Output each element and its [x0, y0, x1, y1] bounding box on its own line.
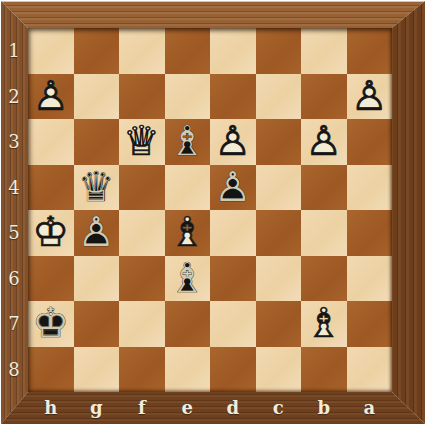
- square-g2[interactable]: [74, 74, 120, 120]
- square-d2[interactable]: [210, 74, 256, 120]
- square-g6[interactable]: [74, 256, 120, 302]
- square-f5[interactable]: [119, 210, 165, 256]
- square-e3[interactable]: ♝♗: [165, 119, 211, 165]
- square-f4[interactable]: [119, 165, 165, 211]
- square-a2[interactable]: ♟♙: [347, 74, 393, 120]
- rank-label-2: 2: [1, 74, 27, 120]
- black-queen-glyph-outline: ♕: [74, 165, 120, 211]
- piece-black-queen[interactable]: ♛♕: [74, 165, 120, 211]
- white-bishop-glyph-outline: ♗: [165, 210, 211, 256]
- rank-label-1: 1: [1, 28, 27, 74]
- square-a4[interactable]: [347, 165, 393, 211]
- piece-white-king[interactable]: ♚♔: [28, 210, 74, 256]
- rank-label-4: 4: [1, 165, 27, 211]
- white-pawn-glyph-outline: ♙: [347, 74, 393, 120]
- square-c4[interactable]: [256, 165, 302, 211]
- file-label-e: e: [165, 392, 211, 422]
- rank-label-6: 6: [1, 256, 27, 302]
- square-f6[interactable]: [119, 256, 165, 302]
- square-a1[interactable]: [347, 28, 393, 74]
- square-f8[interactable]: [119, 347, 165, 393]
- black-king-glyph-outline: ♔: [28, 301, 74, 347]
- square-e8[interactable]: [165, 347, 211, 393]
- file-label-b: b: [301, 392, 347, 422]
- piece-white-bishop[interactable]: ♝♗: [301, 301, 347, 347]
- chessboard-screenshot: 12345678 hgfedcba ♟♙♟♙♛♕♝♗♟♙♟♙♛♕♟♙♚♔♟♙♝♗…: [0, 0, 426, 428]
- square-d7[interactable]: [210, 301, 256, 347]
- square-h7[interactable]: ♚♔: [28, 301, 74, 347]
- square-b6[interactable]: [301, 256, 347, 302]
- piece-white-pawn[interactable]: ♟♙: [347, 74, 393, 120]
- black-pawn-glyph-outline: ♙: [210, 165, 256, 211]
- file-label-a: a: [347, 392, 393, 422]
- rank-label-7: 7: [1, 301, 27, 347]
- black-bishop-glyph-outline: ♗: [165, 256, 211, 302]
- piece-black-pawn[interactable]: ♟♙: [210, 165, 256, 211]
- piece-black-bishop[interactable]: ♝♗: [165, 256, 211, 302]
- square-h8[interactable]: [28, 347, 74, 393]
- rank-labels: 12345678: [1, 28, 27, 392]
- file-label-h: h: [28, 392, 74, 422]
- square-h3[interactable]: [28, 119, 74, 165]
- file-label-c: c: [256, 392, 302, 422]
- white-pawn-glyph-outline: ♙: [301, 119, 347, 165]
- square-b7[interactable]: ♝♗: [301, 301, 347, 347]
- square-b1[interactable]: [301, 28, 347, 74]
- square-e6[interactable]: ♝♗: [165, 256, 211, 302]
- square-g4[interactable]: ♛♕: [74, 165, 120, 211]
- white-pawn-glyph-outline: ♙: [28, 74, 74, 120]
- square-g3[interactable]: [74, 119, 120, 165]
- square-a8[interactable]: [347, 347, 393, 393]
- white-king-glyph-outline: ♔: [28, 210, 74, 256]
- file-label-d: d: [210, 392, 256, 422]
- square-a7[interactable]: [347, 301, 393, 347]
- square-c3[interactable]: [256, 119, 302, 165]
- square-h2[interactable]: ♟♙: [28, 74, 74, 120]
- square-a6[interactable]: [347, 256, 393, 302]
- square-e2[interactable]: [165, 74, 211, 120]
- square-b8[interactable]: [301, 347, 347, 393]
- square-c7[interactable]: [256, 301, 302, 347]
- white-pawn-glyph-outline: ♙: [210, 119, 256, 165]
- black-bishop-glyph-outline: ♗: [165, 119, 211, 165]
- square-c8[interactable]: [256, 347, 302, 393]
- chess-board: ♟♙♟♙♛♕♝♗♟♙♟♙♛♕♟♙♚♔♟♙♝♗♝♗♚♔♝♗: [28, 28, 392, 392]
- rank-label-3: 3: [1, 119, 27, 165]
- square-b3[interactable]: ♟♙: [301, 119, 347, 165]
- square-d4[interactable]: ♟♙: [210, 165, 256, 211]
- square-e4[interactable]: [165, 165, 211, 211]
- square-h1[interactable]: [28, 28, 74, 74]
- square-d6[interactable]: [210, 256, 256, 302]
- square-b5[interactable]: [301, 210, 347, 256]
- square-h5[interactable]: ♚♔: [28, 210, 74, 256]
- square-f7[interactable]: [119, 301, 165, 347]
- square-c5[interactable]: [256, 210, 302, 256]
- black-pawn-glyph-outline: ♙: [74, 210, 120, 256]
- square-e1[interactable]: [165, 28, 211, 74]
- square-e7[interactable]: [165, 301, 211, 347]
- square-c6[interactable]: [256, 256, 302, 302]
- square-c1[interactable]: [256, 28, 302, 74]
- piece-white-pawn[interactable]: ♟♙: [210, 119, 256, 165]
- square-g8[interactable]: [74, 347, 120, 393]
- square-b2[interactable]: [301, 74, 347, 120]
- square-f3[interactable]: ♛♕: [119, 119, 165, 165]
- square-d8[interactable]: [210, 347, 256, 393]
- square-g7[interactable]: [74, 301, 120, 347]
- file-labels: hgfedcba: [28, 392, 392, 422]
- square-d5[interactable]: [210, 210, 256, 256]
- square-c2[interactable]: [256, 74, 302, 120]
- piece-white-bishop[interactable]: ♝♗: [165, 210, 211, 256]
- piece-black-bishop[interactable]: ♝♗: [165, 119, 211, 165]
- square-b4[interactable]: [301, 165, 347, 211]
- piece-white-queen[interactable]: ♛♕: [119, 119, 165, 165]
- square-a5[interactable]: [347, 210, 393, 256]
- square-g1[interactable]: [74, 28, 120, 74]
- square-d1[interactable]: [210, 28, 256, 74]
- square-d3[interactable]: ♟♙: [210, 119, 256, 165]
- square-h6[interactable]: [28, 256, 74, 302]
- square-f2[interactable]: [119, 74, 165, 120]
- white-bishop-glyph-outline: ♗: [301, 301, 347, 347]
- file-label-g: g: [74, 392, 120, 422]
- square-h4[interactable]: [28, 165, 74, 211]
- piece-black-king[interactable]: ♚♔: [28, 301, 74, 347]
- piece-white-pawn[interactable]: ♟♙: [301, 119, 347, 165]
- square-f1[interactable]: [119, 28, 165, 74]
- piece-black-pawn[interactable]: ♟♙: [74, 210, 120, 256]
- square-a3[interactable]: [347, 119, 393, 165]
- file-label-f: f: [119, 392, 165, 422]
- square-g5[interactable]: ♟♙: [74, 210, 120, 256]
- square-e5[interactable]: ♝♗: [165, 210, 211, 256]
- white-queen-glyph-outline: ♕: [119, 119, 165, 165]
- piece-white-pawn[interactable]: ♟♙: [28, 74, 74, 120]
- rank-label-8: 8: [1, 347, 27, 393]
- rank-label-5: 5: [1, 210, 27, 256]
